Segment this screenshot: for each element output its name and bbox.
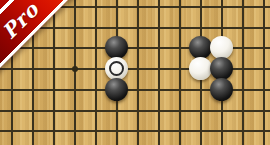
star-point <box>72 66 78 72</box>
grid-line-vertical <box>263 0 265 145</box>
grid-line-vertical <box>179 0 181 145</box>
grid-line-vertical <box>53 0 55 145</box>
white-stone[interactable] <box>189 57 212 80</box>
black-stone[interactable] <box>210 57 233 80</box>
grid-line-vertical <box>158 0 160 145</box>
grid-line-horizontal <box>0 130 270 132</box>
black-stone[interactable] <box>105 78 128 101</box>
grid-line-vertical <box>74 0 76 145</box>
grid-line-vertical <box>242 0 244 145</box>
grid-line-vertical <box>95 0 97 145</box>
white-stone[interactable] <box>105 57 128 80</box>
black-stone[interactable] <box>189 36 212 59</box>
grid-line-vertical <box>137 0 139 145</box>
white-stone[interactable] <box>210 36 233 59</box>
app-window: Pro <box>0 0 270 145</box>
black-stone[interactable] <box>105 36 128 59</box>
black-stone[interactable] <box>210 78 233 101</box>
last-move-circle-marker <box>109 61 124 76</box>
grid-line-horizontal <box>0 110 270 112</box>
